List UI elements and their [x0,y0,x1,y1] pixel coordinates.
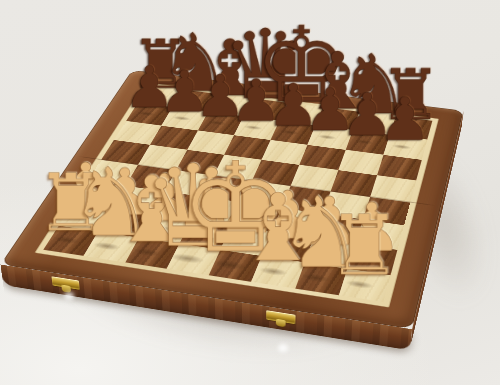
light-rook-h1: ♜ [328,207,402,286]
photo-backdrop: ♜♞♝♛♚♝♞♜♟♟♟♟♟♟♟♟♟♟♟♟♟♟♟♟♜♞♝♛♚♝♞♜ [0,0,500,385]
board-grid: ♜♞♝♛♚♝♞♜♟♟♟♟♟♟♟♟♟♟♟♟♟♟♟♟♜♞♝♛♚♝♞♜ [43,85,432,302]
square-h7: ♟ [383,134,427,159]
clasp-reflection-right [278,344,288,352]
clasp-reflection-left [64,292,74,300]
square-h6 [377,154,422,180]
brass-clasp-right-icon [266,310,295,324]
dark-pawn-h7: ♟ [379,91,432,147]
brass-clasp-left-icon [51,276,79,290]
scene: ♜♞♝♛♚♝♞♜♟♟♟♟♟♟♟♟♟♟♟♟♟♟♟♟♜♞♝♛♚♝♞♜ [0,0,500,385]
board-veneer-border: ♜♞♝♛♚♝♞♜♟♟♟♟♟♟♟♟♟♟♟♟♟♟♟♟♜♞♝♛♚♝♞♜ [35,82,439,307]
square-h1: ♜ [339,268,391,301]
chess-board: ♜♞♝♛♚♝♞♜♟♟♟♟♟♟♟♟♟♟♟♟♟♟♟♟♜♞♝♛♚♝♞♜ [0,70,463,329]
